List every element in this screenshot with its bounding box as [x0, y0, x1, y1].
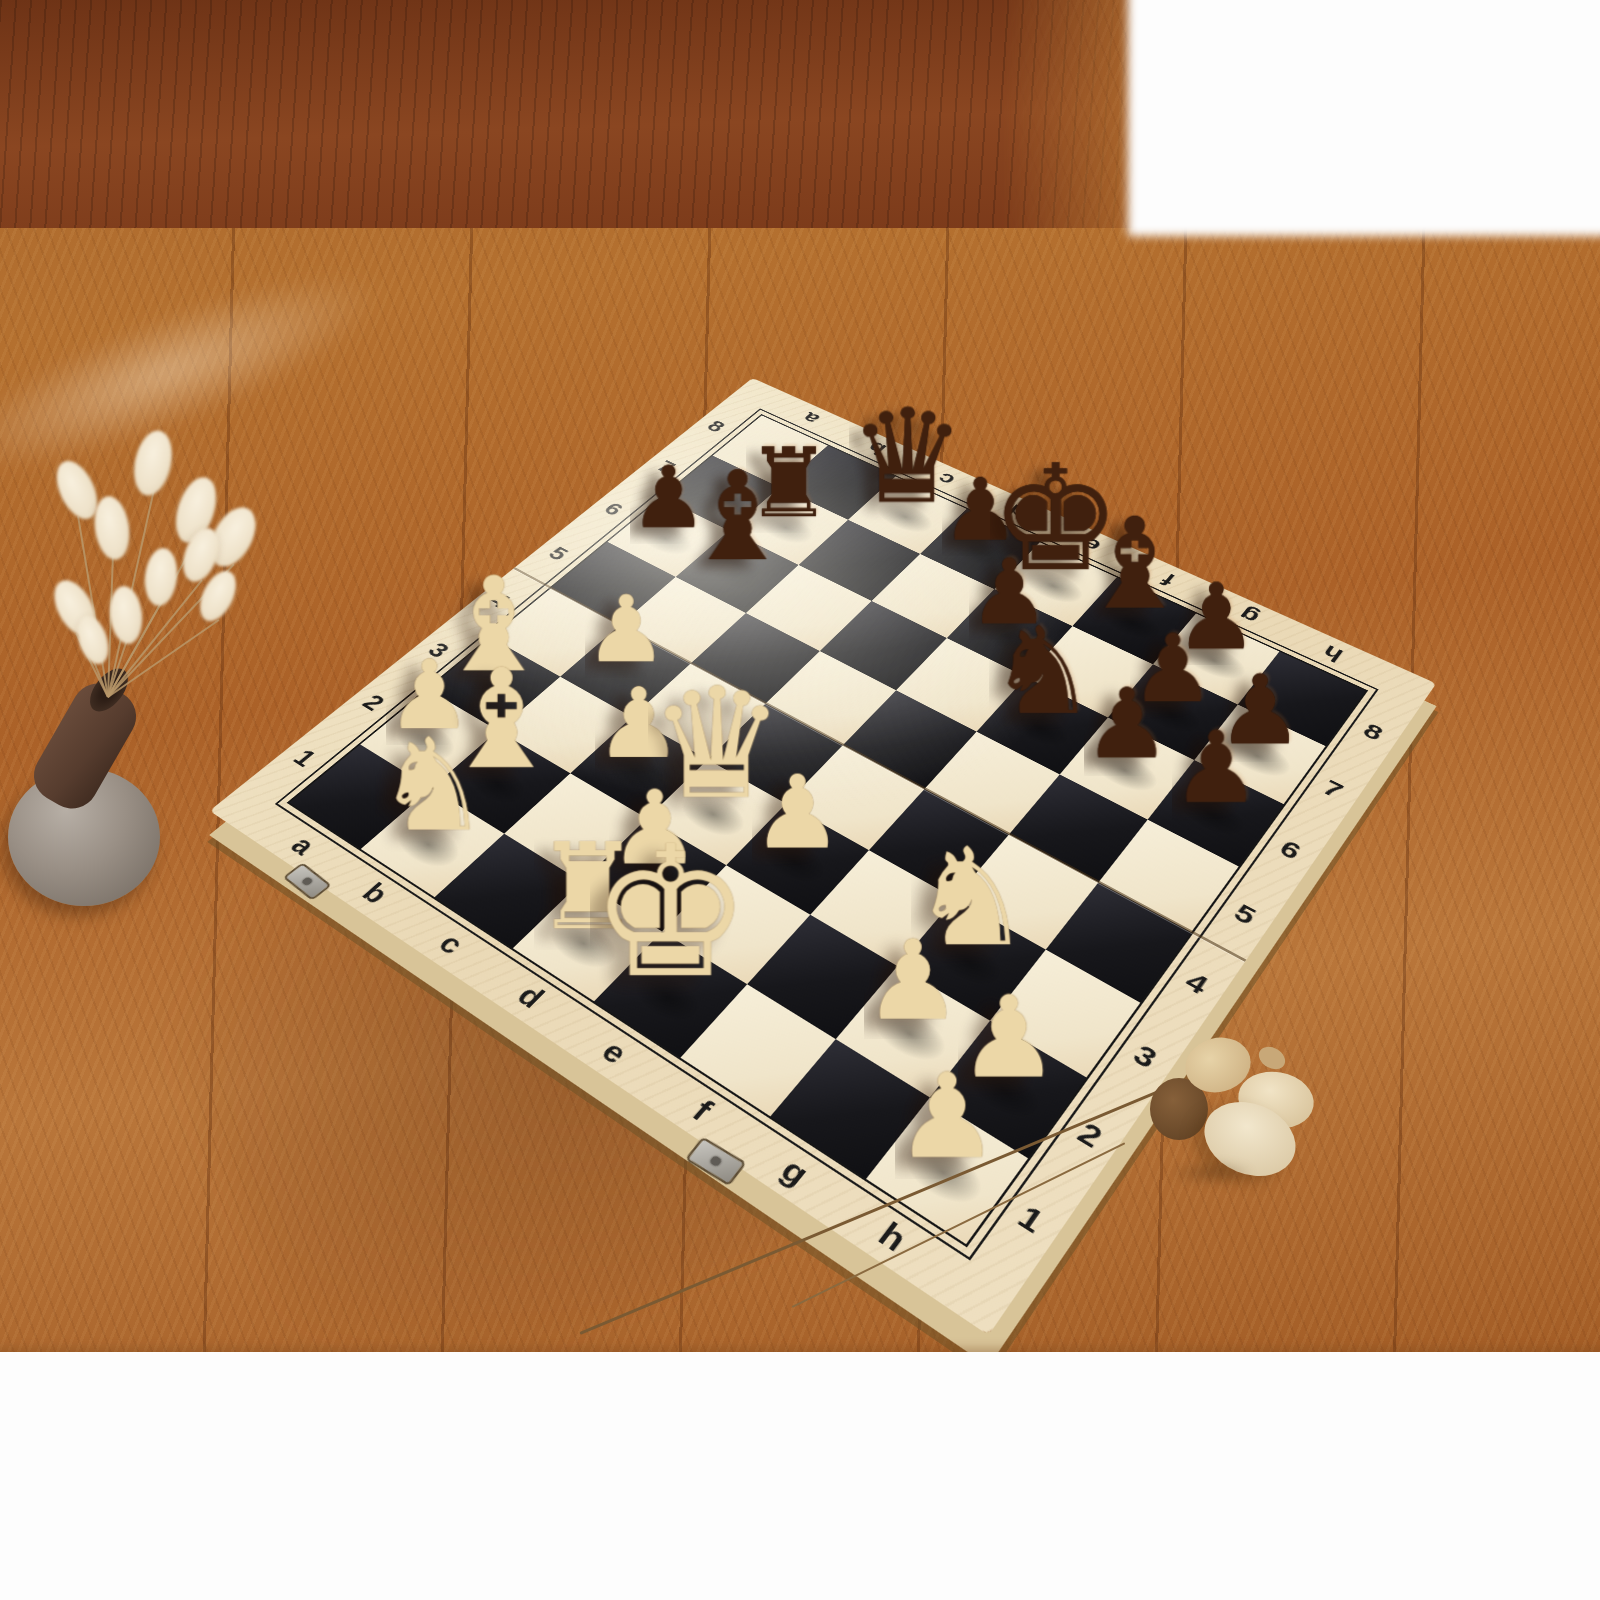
white-margin-bottom	[0, 1352, 1600, 1600]
coord-label: 4	[485, 590, 515, 611]
black-pawn-glyph: ♟	[1171, 718, 1260, 817]
coord-label: a	[798, 410, 824, 427]
coord-label: 8	[703, 418, 729, 435]
coord-label: 7	[652, 457, 679, 475]
white-pawn-glyph: ♟	[864, 926, 963, 1036]
black-pawn-glyph: ♟	[1084, 676, 1171, 773]
coord-label: 6	[599, 499, 627, 518]
scene: abcdefgh abcdefgh 87654321 87654321 ♛♟♚♝…	[0, 0, 1600, 1600]
white-pawn-glyph: ♟	[752, 762, 843, 864]
coord-label: e	[1078, 535, 1104, 555]
coord-label: c	[933, 470, 959, 489]
chess-board: abcdefgh abcdefgh 87654321 87654321 ♛♟♚♝…	[210, 378, 1437, 1335]
coord-label: 8	[1359, 720, 1387, 745]
coord-label: d	[1003, 501, 1031, 521]
pod-shadow	[1168, 1160, 1254, 1186]
white-pawn-glyph: ♟	[895, 1058, 1000, 1175]
coord-label: b	[863, 439, 890, 457]
coord-label: h	[1319, 642, 1347, 665]
coord-label: 5	[544, 543, 573, 563]
white-knight-glyph: ♞	[375, 721, 490, 849]
coord-label: f	[1158, 570, 1179, 588]
coord-label: g	[1235, 605, 1263, 627]
white-king-glyph: ♚	[590, 823, 752, 1003]
